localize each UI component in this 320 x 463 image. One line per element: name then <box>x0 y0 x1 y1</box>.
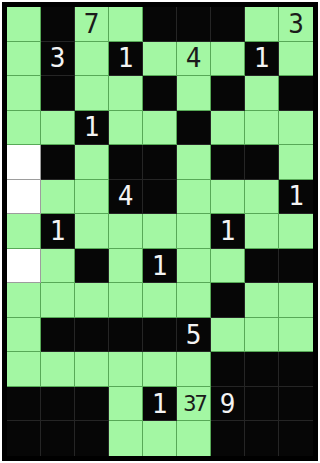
cell-r12c2[interactable] <box>41 387 75 422</box>
cell-r10c6[interactable]: 5 <box>177 318 211 353</box>
cell-r9c4[interactable] <box>109 283 143 318</box>
cell-r10c9[interactable] <box>279 318 313 353</box>
cell-r6c3[interactable] <box>75 180 109 215</box>
cell-r12c7[interactable]: 9 <box>211 387 245 422</box>
cell-r3c7[interactable] <box>211 76 245 111</box>
cell-r5c1[interactable] <box>7 145 41 180</box>
cell-r1c5[interactable] <box>143 7 177 42</box>
cell-r8c3[interactable] <box>75 249 109 284</box>
cell-r4c1[interactable] <box>7 111 41 146</box>
cell-r6c1[interactable] <box>7 180 41 215</box>
cell-r2c9[interactable] <box>279 42 313 77</box>
cell-r13c1[interactable] <box>7 421 41 456</box>
cell-r5c5[interactable] <box>143 145 177 180</box>
cell-r4c6[interactable] <box>177 111 211 146</box>
cell-r3c4[interactable] <box>109 76 143 111</box>
cell-r1c4[interactable] <box>109 7 143 42</box>
cell-r11c9[interactable] <box>279 352 313 387</box>
cell-r11c5[interactable] <box>143 352 177 387</box>
clue-number: 1 <box>50 218 66 244</box>
cell-r6c4[interactable]: 4 <box>109 180 143 215</box>
cell-r2c5[interactable] <box>143 42 177 77</box>
cell-r10c1[interactable] <box>7 318 41 353</box>
cell-r3c9[interactable] <box>279 76 313 111</box>
clue-number: 3 <box>50 45 66 71</box>
cell-r7c7[interactable]: 1 <box>211 214 245 249</box>
cell-r6c5[interactable] <box>143 180 177 215</box>
cell-r7c2[interactable]: 1 <box>41 214 75 249</box>
cell-r2c8[interactable]: 1 <box>245 42 279 77</box>
cell-r7c4[interactable] <box>109 214 143 249</box>
cell-r5c7[interactable] <box>211 145 245 180</box>
cell-r1c9[interactable]: 3 <box>279 7 313 42</box>
cell-r1c1[interactable] <box>7 7 41 42</box>
cell-r5c3[interactable] <box>75 145 109 180</box>
cell-r13c7[interactable] <box>211 421 245 456</box>
cell-r5c9[interactable] <box>279 145 313 180</box>
cell-r2c4[interactable]: 1 <box>109 42 143 77</box>
cell-r13c3[interactable] <box>75 421 109 456</box>
clue-number: 1 <box>84 114 100 140</box>
cell-r8c1[interactable] <box>7 249 41 284</box>
cell-r3c3[interactable] <box>75 76 109 111</box>
clue-number: 1 <box>288 183 304 209</box>
cell-r12c9[interactable] <box>279 387 313 422</box>
clue-number: 5 <box>186 322 202 348</box>
cell-r2c2[interactable]: 3 <box>41 42 75 77</box>
clue-number: 4 <box>118 183 134 209</box>
cell-r9c6[interactable] <box>177 283 211 318</box>
cell-r7c5[interactable] <box>143 214 177 249</box>
cell-r1c2[interactable] <box>41 7 75 42</box>
cell-r10c4[interactable] <box>109 318 143 353</box>
clue-number: 1 <box>152 253 168 279</box>
cell-r1c7[interactable] <box>211 7 245 42</box>
cell-r5c8[interactable] <box>245 145 279 180</box>
clue-number: 3 <box>288 11 304 37</box>
cell-r7c8[interactable] <box>245 214 279 249</box>
clue-number: 1 <box>220 218 236 244</box>
cell-r9c3[interactable] <box>75 283 109 318</box>
cell-r2c1[interactable] <box>7 42 41 77</box>
cell-r6c6[interactable] <box>177 180 211 215</box>
clue-number: 4 <box>186 45 202 71</box>
cell-r9c1[interactable] <box>7 283 41 318</box>
cell-r1c8[interactable] <box>245 7 279 42</box>
cell-r11c3[interactable] <box>75 352 109 387</box>
cell-r6c9[interactable]: 1 <box>279 180 313 215</box>
cell-r4c4[interactable] <box>109 111 143 146</box>
page: { "game": "nurikabe", "board": { "rows":… <box>0 0 320 463</box>
cell-r12c4[interactable] <box>109 387 143 422</box>
cell-r12c3[interactable] <box>75 387 109 422</box>
clue-number: 37 <box>183 393 206 415</box>
cell-r12c8[interactable] <box>245 387 279 422</box>
cell-r13c8[interactable] <box>245 421 279 456</box>
cell-r2c6[interactable]: 4 <box>177 42 211 77</box>
cell-r3c8[interactable] <box>245 76 279 111</box>
cell-r13c6[interactable] <box>177 421 211 456</box>
clue-number: 1 <box>254 45 270 71</box>
cell-r8c9[interactable] <box>279 249 313 284</box>
cell-r3c6[interactable] <box>177 76 211 111</box>
cell-r11c6[interactable] <box>177 352 211 387</box>
cell-r8c2[interactable] <box>41 249 75 284</box>
cell-r3c2[interactable] <box>41 76 75 111</box>
cell-r11c2[interactable] <box>41 352 75 387</box>
cell-r6c7[interactable] <box>211 180 245 215</box>
cell-r11c4[interactable] <box>109 352 143 387</box>
cell-r9c9[interactable] <box>279 283 313 318</box>
clue-number: 7 <box>84 11 100 37</box>
cell-r7c1[interactable] <box>7 214 41 249</box>
cell-r1c3[interactable]: 7 <box>75 7 109 42</box>
cell-r5c4[interactable] <box>109 145 143 180</box>
cell-r12c5[interactable]: 1 <box>143 387 177 422</box>
cell-r11c1[interactable] <box>7 352 41 387</box>
cell-r10c3[interactable] <box>75 318 109 353</box>
cell-r9c8[interactable] <box>245 283 279 318</box>
cell-r8c5[interactable]: 1 <box>143 249 177 284</box>
cell-r6c2[interactable] <box>41 180 75 215</box>
puzzle-board: 73314114111151379 <box>2 2 318 461</box>
cell-r10c5[interactable] <box>143 318 177 353</box>
cell-r2c3[interactable] <box>75 42 109 77</box>
cell-r9c5[interactable] <box>143 283 177 318</box>
cell-r12c1[interactable] <box>7 387 41 422</box>
cell-r12c6[interactable]: 37 <box>177 387 211 422</box>
cell-r6c8[interactable] <box>245 180 279 215</box>
cell-r8c8[interactable] <box>245 249 279 284</box>
cell-r4c8[interactable] <box>245 111 279 146</box>
cell-r3c1[interactable] <box>7 76 41 111</box>
cell-r13c5[interactable] <box>143 421 177 456</box>
clue-number: 1 <box>152 391 168 417</box>
cell-r4c2[interactable] <box>41 111 75 146</box>
cell-r8c7[interactable] <box>211 249 245 284</box>
cell-r10c7[interactable] <box>211 318 245 353</box>
cell-r13c2[interactable] <box>41 421 75 456</box>
cell-r4c3[interactable]: 1 <box>75 111 109 146</box>
clue-number: 9 <box>220 391 236 417</box>
cell-r8c6[interactable] <box>177 249 211 284</box>
cell-r9c2[interactable] <box>41 283 75 318</box>
cell-r3c5[interactable] <box>143 76 177 111</box>
cell-r7c6[interactable] <box>177 214 211 249</box>
cell-r10c2[interactable] <box>41 318 75 353</box>
cell-r9c7[interactable] <box>211 283 245 318</box>
cell-r10c8[interactable] <box>245 318 279 353</box>
cell-r5c6[interactable] <box>177 145 211 180</box>
clue-number: 1 <box>118 45 134 71</box>
cell-r4c9[interactable] <box>279 111 313 146</box>
cell-r4c7[interactable] <box>211 111 245 146</box>
cell-r11c7[interactable] <box>211 352 245 387</box>
cell-r4c5[interactable] <box>143 111 177 146</box>
cell-r7c3[interactable] <box>75 214 109 249</box>
cell-r1c6[interactable] <box>177 7 211 42</box>
cell-r13c9[interactable] <box>279 421 313 456</box>
cell-r2c7[interactable] <box>211 42 245 77</box>
cell-r5c2[interactable] <box>41 145 75 180</box>
cell-r13c4[interactable] <box>109 421 143 456</box>
cell-r8c4[interactable] <box>109 249 143 284</box>
cell-r7c9[interactable] <box>279 214 313 249</box>
cell-r11c8[interactable] <box>245 352 279 387</box>
